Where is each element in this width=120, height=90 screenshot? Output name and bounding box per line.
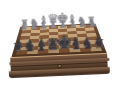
chess-set: ♜♞♝♛♚♝♞♜♟♟♟♟♟♟♟♟♟♟♟♟♟♟♟♟♜♞♝♛♚♝♞♜: [0, 0, 120, 90]
chess-piece-p[interactable]: ♟: [88, 19, 96, 28]
chess-piece-p[interactable]: ♟: [20, 22, 28, 31]
chess-piece-r[interactable]: ♜: [94, 38, 106, 51]
chess-piece-r[interactable]: ♜: [12, 42, 24, 55]
chess-piece-p[interactable]: ♟: [39, 21, 47, 30]
chess-piece-p[interactable]: ♟: [59, 20, 67, 29]
chess-piece-p[interactable]: ♟: [29, 22, 37, 31]
drawer-pull[interactable]: [58, 64, 62, 68]
chess-piece-p[interactable]: ♟: [79, 20, 87, 29]
chess-piece-p[interactable]: ♟: [49, 21, 57, 30]
chess-set-photo: ♜♞♝♛♚♝♞♜♟♟♟♟♟♟♟♟♟♟♟♟♟♟♟♟♜♞♝♛♚♝♞♜: [0, 0, 120, 90]
chess-piece-n[interactable]: ♞: [82, 37, 95, 51]
chess-piece-p[interactable]: ♟: [69, 20, 77, 29]
